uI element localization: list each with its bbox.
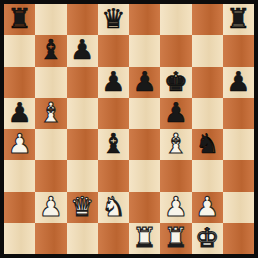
square-f8[interactable] <box>160 4 191 35</box>
black-pawn: ♟ <box>226 68 250 95</box>
square-h6[interactable]: ♟ <box>223 67 254 98</box>
square-c6[interactable] <box>67 67 98 98</box>
square-a8[interactable]: ♜ <box>4 4 35 35</box>
square-d3[interactable] <box>98 160 129 191</box>
square-d4[interactable]: ♝ <box>98 129 129 160</box>
square-d1[interactable] <box>98 223 129 254</box>
square-g3[interactable] <box>192 160 223 191</box>
black-pawn: ♟ <box>133 68 157 95</box>
square-c7[interactable]: ♟ <box>67 35 98 66</box>
black-bishop: ♝ <box>101 130 125 157</box>
square-b4[interactable] <box>35 129 66 160</box>
square-e5[interactable] <box>129 98 160 129</box>
square-g1[interactable]: ♚ <box>192 223 223 254</box>
white-pawn: ♟ <box>39 193 63 220</box>
square-d2[interactable]: ♞ <box>98 192 129 223</box>
square-f1[interactable]: ♜ <box>160 223 191 254</box>
white-bishop: ♝ <box>164 130 188 157</box>
square-d7[interactable] <box>98 35 129 66</box>
white-king: ♚ <box>195 224 219 251</box>
square-a5[interactable]: ♟ <box>4 98 35 129</box>
square-h1[interactable] <box>223 223 254 254</box>
square-c8[interactable] <box>67 4 98 35</box>
square-g5[interactable] <box>192 98 223 129</box>
square-c3[interactable] <box>67 160 98 191</box>
square-g4[interactable]: ♞ <box>192 129 223 160</box>
square-d8[interactable]: ♛ <box>98 4 129 35</box>
black-pawn: ♟ <box>8 99 32 126</box>
square-h8[interactable]: ♜ <box>223 4 254 35</box>
square-a1[interactable] <box>4 223 35 254</box>
square-b5[interactable]: ♝ <box>35 98 66 129</box>
black-pawn: ♟ <box>101 68 125 95</box>
black-pawn: ♟ <box>164 99 188 126</box>
square-h5[interactable] <box>223 98 254 129</box>
black-rook: ♜ <box>8 5 32 32</box>
square-e6[interactable]: ♟ <box>129 67 160 98</box>
black-rook: ♜ <box>226 5 250 32</box>
square-b7[interactable]: ♝ <box>35 35 66 66</box>
white-pawn: ♟ <box>164 193 188 220</box>
square-h4[interactable] <box>223 129 254 160</box>
square-f4[interactable]: ♝ <box>160 129 191 160</box>
square-e1[interactable]: ♜ <box>129 223 160 254</box>
square-e4[interactable] <box>129 129 160 160</box>
square-g6[interactable] <box>192 67 223 98</box>
square-b6[interactable] <box>35 67 66 98</box>
square-h2[interactable] <box>223 192 254 223</box>
square-c5[interactable] <box>67 98 98 129</box>
white-queen: ♛ <box>70 193 94 220</box>
square-d6[interactable]: ♟ <box>98 67 129 98</box>
square-e7[interactable] <box>129 35 160 66</box>
white-pawn: ♟ <box>195 193 219 220</box>
chess-board: ♜♛♜♝♟♟♟♚♟♟♝♟♟♝♝♞♟♛♞♟♟♜♜♚ <box>4 4 254 254</box>
square-a2[interactable] <box>4 192 35 223</box>
square-f3[interactable] <box>160 160 191 191</box>
square-f5[interactable]: ♟ <box>160 98 191 129</box>
square-c4[interactable] <box>67 129 98 160</box>
square-f6[interactable]: ♚ <box>160 67 191 98</box>
black-king: ♚ <box>164 68 188 95</box>
square-f7[interactable] <box>160 35 191 66</box>
square-b3[interactable] <box>35 160 66 191</box>
square-b2[interactable]: ♟ <box>35 192 66 223</box>
square-a3[interactable] <box>4 160 35 191</box>
square-c1[interactable] <box>67 223 98 254</box>
white-rook: ♜ <box>133 224 157 251</box>
white-pawn: ♟ <box>8 130 32 157</box>
black-queen: ♛ <box>101 5 125 32</box>
square-h3[interactable] <box>223 160 254 191</box>
square-g2[interactable]: ♟ <box>192 192 223 223</box>
black-bishop: ♝ <box>39 36 63 63</box>
black-pawn: ♟ <box>70 36 94 63</box>
square-a6[interactable] <box>4 67 35 98</box>
board-frame: ♜♛♜♝♟♟♟♚♟♟♝♟♟♝♝♞♟♛♞♟♟♜♜♚ <box>0 0 258 258</box>
black-knight: ♞ <box>195 130 219 157</box>
square-g7[interactable] <box>192 35 223 66</box>
square-b8[interactable] <box>35 4 66 35</box>
square-h7[interactable] <box>223 35 254 66</box>
square-b1[interactable] <box>35 223 66 254</box>
square-c2[interactable]: ♛ <box>67 192 98 223</box>
white-bishop: ♝ <box>39 99 63 126</box>
square-g8[interactable] <box>192 4 223 35</box>
square-f2[interactable]: ♟ <box>160 192 191 223</box>
square-a4[interactable]: ♟ <box>4 129 35 160</box>
square-e8[interactable] <box>129 4 160 35</box>
square-e3[interactable] <box>129 160 160 191</box>
square-a7[interactable] <box>4 35 35 66</box>
square-d5[interactable] <box>98 98 129 129</box>
white-rook: ♜ <box>164 224 188 251</box>
square-e2[interactable] <box>129 192 160 223</box>
white-knight: ♞ <box>101 193 125 220</box>
